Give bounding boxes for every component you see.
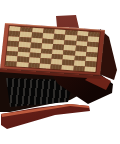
- board-square[interactable]: [28, 62, 40, 68]
- board-square[interactable]: [50, 64, 62, 70]
- board-square[interactable]: [73, 65, 85, 71]
- board-square[interactable]: [17, 62, 29, 68]
- board-square[interactable]: [5, 61, 17, 67]
- chess-box-photo: [0, 0, 120, 144]
- board-square[interactable]: [84, 66, 96, 72]
- board-square[interactable]: [39, 63, 51, 69]
- chess-board: [5, 26, 99, 72]
- board-square[interactable]: [62, 65, 74, 71]
- chess-board-lid: [0, 23, 105, 76]
